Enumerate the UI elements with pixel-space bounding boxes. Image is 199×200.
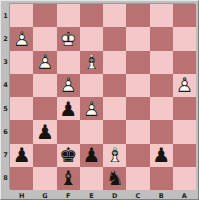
piece-white-pawn[interactable]: ♟♙	[80, 97, 103, 120]
piece-black-king[interactable]: ♚	[57, 143, 80, 166]
square-e1[interactable]	[80, 4, 103, 27]
rank-label-6: 6	[1, 120, 10, 143]
piece-black-pawn[interactable]: ♟	[33, 120, 56, 143]
square-c3[interactable]	[126, 51, 149, 74]
square-b5[interactable]	[150, 97, 173, 120]
file-label-b: B	[150, 190, 173, 200]
square-d4[interactable]	[103, 74, 126, 97]
king-outline-glyph: ♔	[57, 27, 80, 50]
piece-black-pawn[interactable]: ♟	[80, 143, 103, 166]
pawn-glyph: ♟	[57, 97, 80, 120]
piece-black-pawn[interactable]: ♟	[150, 143, 173, 166]
piece-white-pawn[interactable]: ♟♙	[57, 73, 80, 96]
pawn-glyph: ♟	[33, 120, 56, 143]
file-label-e: E	[80, 190, 103, 200]
piece-white-bishop[interactable]: ♝♗	[80, 50, 103, 73]
square-c4[interactable]	[126, 74, 149, 97]
square-c8[interactable]	[126, 167, 149, 190]
piece-black-knight[interactable]: ♞	[103, 166, 126, 189]
piece-black-bishop[interactable]: ♝	[57, 166, 80, 189]
pawn-outline-glyph: ♙	[173, 73, 196, 96]
square-d2[interactable]	[103, 27, 126, 50]
rank-label-1: 1	[1, 4, 10, 27]
square-b3[interactable]	[150, 51, 173, 74]
square-c5[interactable]	[126, 97, 149, 120]
knight-glyph: ♞	[103, 166, 126, 189]
square-g2[interactable]	[33, 27, 56, 50]
square-g8[interactable]	[33, 167, 56, 190]
piece-white-king[interactable]: ♚♔	[57, 27, 80, 50]
square-d1[interactable]	[103, 4, 126, 27]
square-e3[interactable]: ♝♗	[80, 51, 103, 74]
square-h3[interactable]	[10, 51, 33, 74]
square-d3[interactable]	[103, 51, 126, 74]
square-c1[interactable]	[126, 4, 149, 27]
square-g5[interactable]	[33, 97, 56, 120]
pawn-outline-glyph: ♙	[57, 73, 80, 96]
square-g1[interactable]	[33, 4, 56, 27]
file-label-g: G	[33, 190, 56, 200]
piece-white-pawn[interactable]: ♟♙	[33, 50, 56, 73]
square-a4[interactable]: ♟♙	[173, 74, 196, 97]
square-h6[interactable]	[10, 120, 33, 143]
square-a8[interactable]	[173, 167, 196, 190]
square-b7[interactable]: ♟	[150, 144, 173, 167]
file-label-c: C	[126, 190, 149, 200]
square-f8[interactable]: ♝	[57, 167, 80, 190]
square-d5[interactable]	[103, 97, 126, 120]
file-label-f: F	[57, 190, 80, 200]
rank-label-8: 8	[1, 167, 10, 190]
square-h2[interactable]: ♟♙	[10, 27, 33, 50]
square-g7[interactable]	[33, 144, 56, 167]
square-f2[interactable]: ♚♔	[57, 27, 80, 50]
piece-white-bishop[interactable]: ♝♗	[103, 143, 126, 166]
square-h4[interactable]	[10, 74, 33, 97]
file-label-h: H	[10, 190, 33, 200]
square-d6[interactable]	[103, 120, 126, 143]
bishop-outline-glyph: ♗	[103, 143, 126, 166]
square-c2[interactable]	[126, 27, 149, 50]
square-b4[interactable]	[150, 74, 173, 97]
square-h8[interactable]	[10, 167, 33, 190]
file-label-d: D	[103, 190, 126, 200]
bishop-outline-glyph: ♗	[80, 50, 103, 73]
piece-white-pawn[interactable]: ♟♙	[10, 27, 33, 50]
square-e8[interactable]	[80, 167, 103, 190]
rank-label-4: 4	[1, 74, 10, 97]
pawn-outline-glyph: ♙	[10, 27, 33, 50]
square-f4[interactable]: ♟♙	[57, 74, 80, 97]
square-g3[interactable]: ♟♙	[33, 51, 56, 74]
square-b1[interactable]	[150, 4, 173, 27]
pawn-outline-glyph: ♙	[33, 50, 56, 73]
square-a7[interactable]	[173, 144, 196, 167]
file-label-a: A	[173, 190, 196, 200]
square-g6[interactable]: ♟	[33, 120, 56, 143]
square-e4[interactable]	[80, 74, 103, 97]
square-d7[interactable]: ♝♗	[103, 144, 126, 167]
rank-label-5: 5	[1, 97, 10, 120]
square-h7[interactable]: ♟	[10, 144, 33, 167]
rank-label-3: 3	[1, 51, 10, 74]
square-f1[interactable]	[57, 4, 80, 27]
piece-black-pawn[interactable]: ♟	[10, 143, 33, 166]
square-d8[interactable]: ♞	[103, 167, 126, 190]
square-h1[interactable]	[10, 4, 33, 27]
square-b2[interactable]	[150, 27, 173, 50]
piece-white-pawn[interactable]: ♟♙	[173, 73, 196, 96]
square-a1[interactable]	[173, 4, 196, 27]
square-a3[interactable]	[173, 51, 196, 74]
square-a5[interactable]	[173, 97, 196, 120]
rank-label-7: 7	[1, 144, 10, 167]
rank-label-2: 2	[1, 27, 10, 50]
piece-black-pawn[interactable]: ♟	[57, 97, 80, 120]
square-e5[interactable]: ♟♙	[80, 97, 103, 120]
pawn-outline-glyph: ♙	[80, 97, 103, 120]
square-a2[interactable]	[173, 27, 196, 50]
bishop-glyph: ♝	[57, 166, 80, 189]
square-e2[interactable]	[80, 27, 103, 50]
square-f3[interactable]	[57, 51, 80, 74]
chess-board: ♟♙♚♔♟♙♝♗♟♙♟♙♟♟♙♟♟♚♟♝♗♟♝♞	[10, 4, 196, 190]
square-c6[interactable]	[126, 120, 149, 143]
rank-labels: 12345678	[1, 4, 10, 190]
square-a6[interactable]	[173, 120, 196, 143]
square-b8[interactable]	[150, 167, 173, 190]
file-labels: HGFEDCBA	[10, 190, 196, 200]
pawn-glyph: ♟	[80, 143, 103, 166]
pawn-glyph: ♟	[10, 143, 33, 166]
square-g4[interactable]	[33, 74, 56, 97]
square-b6[interactable]	[150, 120, 173, 143]
king-glyph: ♚	[57, 143, 80, 166]
chess-diagram: 12345678 HGFEDCBA ♟♙♚♔♟♙♝♗♟♙♟♙♟♟♙♟♟♚♟♝♗♟…	[0, 0, 199, 200]
square-f6[interactable]	[57, 120, 80, 143]
square-e7[interactable]: ♟	[80, 144, 103, 167]
square-c7[interactable]	[126, 144, 149, 167]
square-h5[interactable]	[10, 97, 33, 120]
square-e6[interactable]	[80, 120, 103, 143]
square-f5[interactable]: ♟	[57, 97, 80, 120]
square-f7[interactable]: ♚	[57, 144, 80, 167]
pawn-glyph: ♟	[150, 143, 173, 166]
